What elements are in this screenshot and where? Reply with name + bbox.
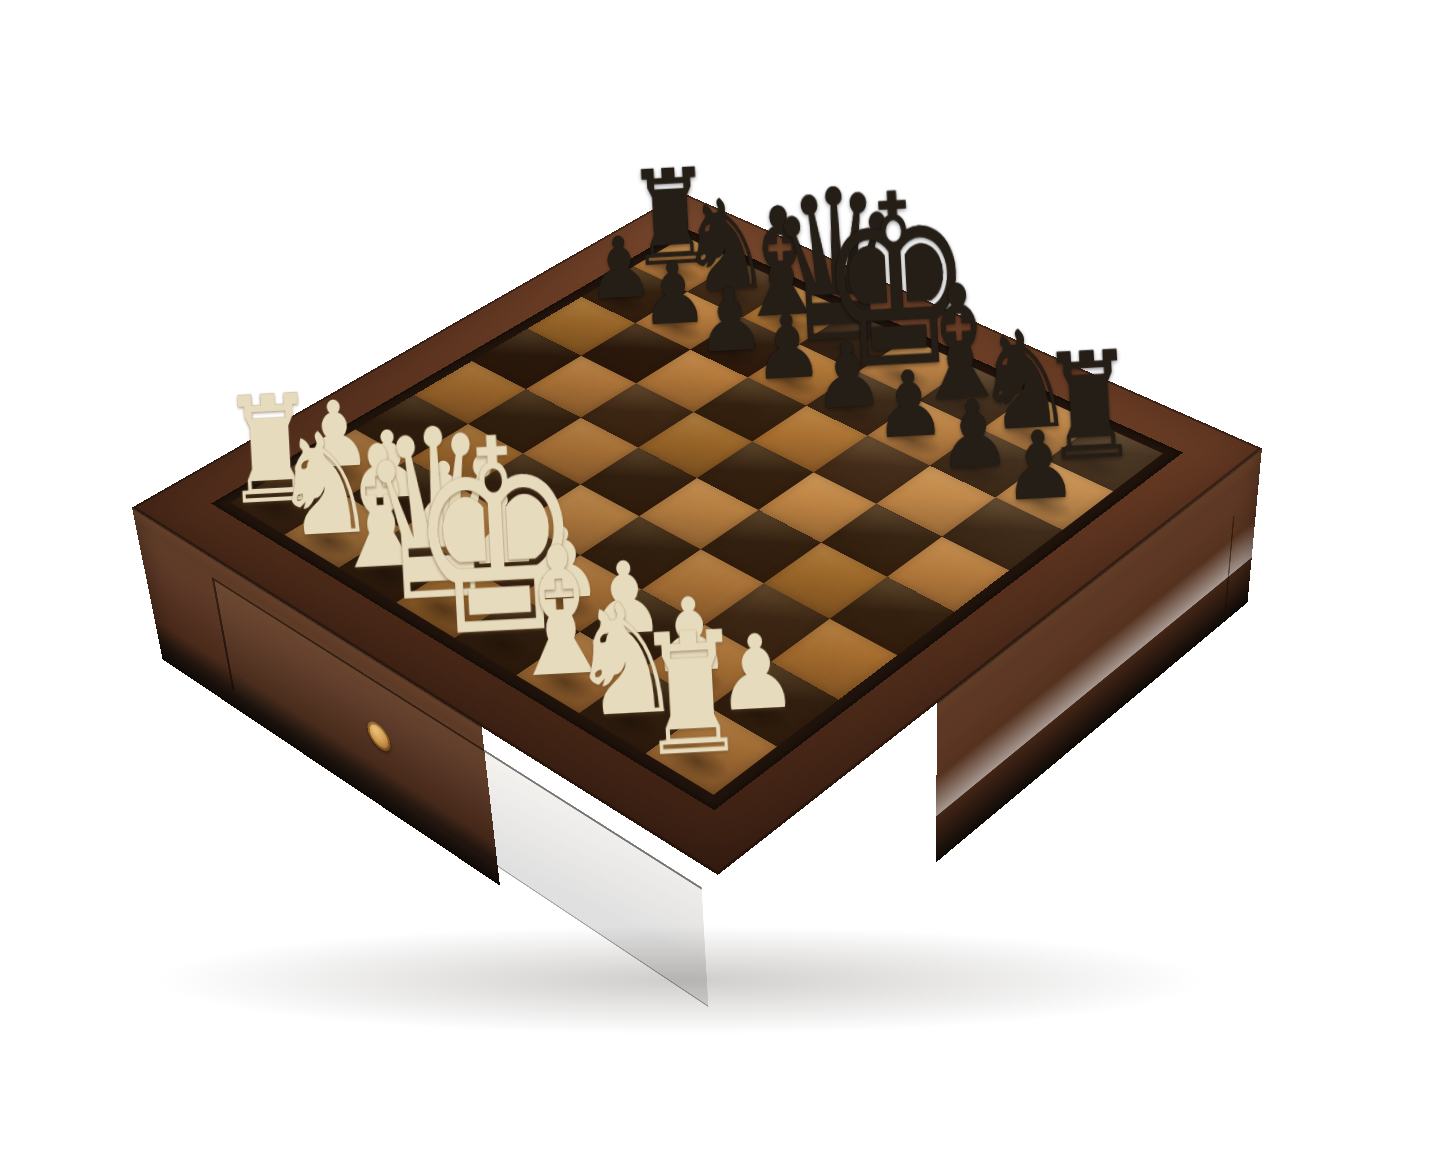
piece-black-pawn[interactable]: ♟ — [930, 423, 1149, 509]
drawer-knob[interactable] — [366, 716, 392, 756]
board-top-frame: ♜♞♝♛♚♝♞♜♟♟♟♟♟♟♟♟♟♟♟♟♟♟♟♟♜♞♝♛♚♝♞♜ — [132, 193, 1262, 875]
box-corner-joint — [1224, 515, 1235, 622]
square-h6[interactable] — [942, 497, 1063, 570]
photo-canvas: ♜♞♝♛♚♝♞♜♟♟♟♟♟♟♟♟♟♟♟♟♟♟♟♟♜♞♝♛♚♝♞♜ — [0, 0, 1445, 1156]
square-h1[interactable]: ♜ — [645, 707, 777, 795]
square-f5[interactable] — [758, 472, 877, 543]
chess-box: ♜♞♝♛♚♝♞♜♟♟♟♟♟♟♟♟♟♟♟♟♟♟♟♟♜♞♝♛♚♝♞♜ — [132, 193, 1262, 875]
piece-white-rook[interactable]: ♜ — [582, 622, 801, 767]
